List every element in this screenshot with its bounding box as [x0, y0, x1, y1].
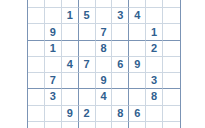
sudoku-cell-r9c5[interactable] — [96, 122, 113, 128]
sudoku-cell-r2c4[interactable]: 5 — [79, 8, 96, 24]
sudoku-cell-r2c2[interactable] — [45, 8, 62, 24]
sudoku-cell-r8c7[interactable]: 6 — [129, 106, 146, 122]
cell-digit: 1 — [50, 43, 56, 54]
sudoku-cell-r4c7[interactable] — [129, 41, 146, 57]
cell-digit: 9 — [67, 108, 73, 119]
sudoku-cell-r7c5[interactable]: 4 — [96, 89, 113, 105]
cell-digit: 7 — [100, 27, 106, 38]
sudoku-cell-r7c1[interactable] — [28, 89, 45, 105]
sudoku-cell-r3c2[interactable]: 9 — [45, 24, 62, 40]
sudoku-cell-r8c8[interactable] — [146, 106, 163, 122]
cell-digit: 4 — [67, 59, 73, 70]
cell-digit: 8 — [117, 108, 123, 119]
sudoku-cell-r6c1[interactable] — [28, 73, 45, 89]
sudoku-cell-r3c5[interactable]: 7 — [96, 24, 113, 40]
sudoku-cell-r9c7[interactable] — [129, 122, 146, 128]
cell-digit: 4 — [134, 10, 140, 21]
sudoku-cell-r5c3[interactable]: 4 — [62, 57, 79, 73]
sudoku-cell-r1c2[interactable] — [45, 0, 62, 8]
sudoku-cell-r1c1[interactable] — [28, 0, 45, 8]
sudoku-cell-r7c4[interactable] — [79, 89, 96, 105]
sudoku-cell-r8c2[interactable] — [45, 106, 62, 122]
sudoku-cell-r2c7[interactable]: 4 — [129, 8, 146, 24]
sudoku-board: 153497118247697933489286 — [27, 0, 181, 128]
sudoku-cell-r4c8[interactable]: 2 — [146, 41, 163, 57]
sudoku-cell-r6c4[interactable] — [79, 73, 96, 89]
sudoku-cell-r4c9[interactable] — [163, 41, 180, 57]
cell-digit: 8 — [100, 43, 106, 54]
sudoku-cell-r2c5[interactable] — [96, 8, 113, 24]
sudoku-cell-r9c6[interactable] — [112, 122, 129, 128]
sudoku-cell-r1c9[interactable] — [163, 0, 180, 8]
sudoku-cell-r2c9[interactable] — [163, 8, 180, 24]
sudoku-cell-r3c1[interactable] — [28, 24, 45, 40]
sudoku-cell-r6c7[interactable] — [129, 73, 146, 89]
sudoku-cell-r5c1[interactable] — [28, 57, 45, 73]
cell-digit: 6 — [117, 59, 123, 70]
sudoku-cell-r5c6[interactable]: 6 — [112, 57, 129, 73]
sudoku-cell-r7c7[interactable] — [129, 89, 146, 105]
cell-digit: 1 — [151, 27, 157, 38]
sudoku-cell-r5c4[interactable]: 7 — [79, 57, 96, 73]
sudoku-cell-r7c3[interactable] — [62, 89, 79, 105]
sudoku-cell-r5c2[interactable] — [45, 57, 62, 73]
sudoku-cell-r9c8[interactable] — [146, 122, 163, 128]
sudoku-cell-r8c1[interactable] — [28, 106, 45, 122]
sudoku-cell-r2c8[interactable] — [146, 8, 163, 24]
sudoku-cell-r6c2[interactable]: 7 — [45, 73, 62, 89]
sudoku-cell-r8c6[interactable]: 8 — [112, 106, 129, 122]
cell-digit: 4 — [100, 91, 106, 102]
sudoku-cell-r4c4[interactable] — [79, 41, 96, 57]
cell-digit: 5 — [84, 10, 90, 21]
sudoku-screen: 153497118247697933489286 — [0, 0, 205, 128]
sudoku-cell-r4c1[interactable] — [28, 41, 45, 57]
sudoku-cell-r2c3[interactable]: 1 — [62, 8, 79, 24]
sudoku-cell-r3c4[interactable] — [79, 24, 96, 40]
sudoku-cell-r7c6[interactable] — [112, 89, 129, 105]
sudoku-cell-r9c1[interactable] — [28, 122, 45, 128]
sudoku-cell-r5c7[interactable]: 9 — [129, 57, 146, 73]
cell-digit: 7 — [84, 59, 90, 70]
sudoku-cell-r3c8[interactable]: 1 — [146, 24, 163, 40]
cell-digit: 2 — [84, 108, 90, 119]
cell-digit: 9 — [50, 27, 56, 38]
sudoku-cell-r8c4[interactable]: 2 — [79, 106, 96, 122]
sudoku-cell-r6c8[interactable]: 3 — [146, 73, 163, 89]
sudoku-cell-r4c2[interactable]: 1 — [45, 41, 62, 57]
sudoku-cell-r3c7[interactable] — [129, 24, 146, 40]
sudoku-cell-r5c8[interactable] — [146, 57, 163, 73]
sudoku-cell-r3c3[interactable] — [62, 24, 79, 40]
sudoku-cell-r8c5[interactable] — [96, 106, 113, 122]
sudoku-cell-r5c5[interactable] — [96, 57, 113, 73]
cell-digit: 3 — [117, 10, 123, 21]
cell-digit: 3 — [50, 91, 56, 102]
sudoku-cell-r6c3[interactable] — [62, 73, 79, 89]
sudoku-cell-r1c7[interactable] — [129, 0, 146, 8]
sudoku-cell-r3c9[interactable] — [163, 24, 180, 40]
sudoku-cell-r1c3[interactable] — [62, 0, 79, 8]
sudoku-cell-r4c5[interactable]: 8 — [96, 41, 113, 57]
sudoku-cell-r7c2[interactable]: 3 — [45, 89, 62, 105]
sudoku-cell-r9c2[interactable] — [45, 122, 62, 128]
sudoku-cell-r3c6[interactable] — [112, 24, 129, 40]
cell-digit: 6 — [134, 108, 140, 119]
cell-digit: 9 — [100, 75, 106, 86]
sudoku-cell-r1c6[interactable] — [112, 0, 129, 8]
sudoku-cell-r4c6[interactable] — [112, 41, 129, 57]
sudoku-cell-r6c6[interactable] — [112, 73, 129, 89]
sudoku-cell-r2c1[interactable] — [28, 8, 45, 24]
cell-digit: 3 — [151, 75, 157, 86]
cell-digit: 7 — [50, 75, 56, 86]
sudoku-cell-r4c3[interactable] — [62, 41, 79, 57]
sudoku-cell-r9c9[interactable] — [163, 122, 180, 128]
sudoku-cell-r7c9[interactable] — [163, 89, 180, 105]
sudoku-cell-r2c6[interactable]: 3 — [112, 8, 129, 24]
sudoku-cell-r6c9[interactable] — [163, 73, 180, 89]
sudoku-cell-r9c4[interactable] — [79, 122, 96, 128]
sudoku-cell-r8c9[interactable] — [163, 106, 180, 122]
cell-digit: 9 — [134, 59, 140, 70]
sudoku-cell-r6c5[interactable]: 9 — [96, 73, 113, 89]
sudoku-cell-r1c4[interactable] — [79, 0, 96, 8]
cell-digit: 2 — [151, 43, 157, 54]
sudoku-cell-r5c9[interactable] — [163, 57, 180, 73]
sudoku-cell-r7c8[interactable]: 8 — [146, 89, 163, 105]
sudoku-cell-r1c8[interactable] — [146, 0, 163, 8]
sudoku-cell-r8c3[interactable]: 9 — [62, 106, 79, 122]
sudoku-cell-r1c5[interactable] — [96, 0, 113, 8]
cell-digit: 8 — [151, 91, 157, 102]
cell-digit: 1 — [67, 10, 73, 21]
sudoku-cell-r9c3[interactable] — [62, 122, 79, 128]
